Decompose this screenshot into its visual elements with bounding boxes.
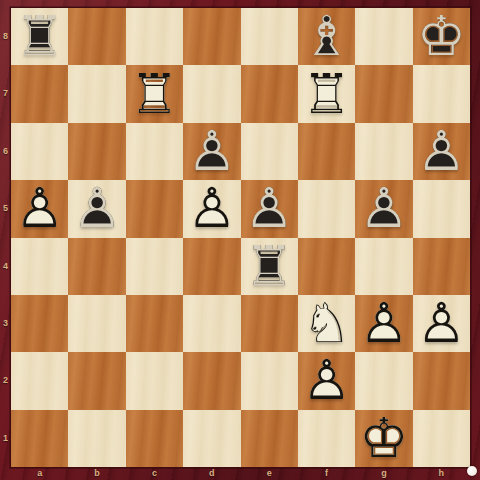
square-d2[interactable] [183,352,240,409]
piece-black-pawn-e5[interactable]: ♟♙ [241,180,298,237]
square-c7[interactable]: ♜♖ [126,65,183,122]
square-e6[interactable] [241,123,298,180]
square-f8[interactable]: ♝♗ [298,8,355,65]
square-a1[interactable] [11,410,68,467]
square-e7[interactable] [241,65,298,122]
piece-black-rook-e4[interactable]: ♜♖ [241,238,298,295]
piece-black-pawn-b5[interactable]: ♟♙ [68,180,125,237]
piece-white-pawn-f2[interactable]: ♟♙ [298,352,355,409]
piece-white-rook-c7[interactable]: ♜♖ [126,65,183,122]
black-pawn-outline: ♙ [241,180,298,237]
square-c3[interactable] [126,295,183,352]
white-pawn-outline: ♙ [183,180,240,237]
white-pawn-outline: ♙ [413,295,470,352]
chess-board-frame: ♜♖♝♗♚♔♜♖♜♖♟♙♟♙♟♙♟♙♟♙♟♙♟♙♜♖♞♘♟♙♟♙♟♙♚♔ 876… [0,0,480,480]
piece-white-knight-f3[interactable]: ♞♘ [298,295,355,352]
black-rook-outline: ♖ [241,238,298,295]
square-a2[interactable] [11,352,68,409]
square-h1[interactable] [413,410,470,467]
square-c5[interactable] [126,180,183,237]
piece-white-pawn-a5[interactable]: ♟♙ [11,180,68,237]
square-e4[interactable]: ♜♖ [241,238,298,295]
rank-label-6: 6 [0,123,11,180]
piece-black-rook-a8[interactable]: ♜♖ [11,8,68,65]
piece-white-king-g1[interactable]: ♚♔ [355,410,412,467]
rank-label-4: 4 [0,238,11,295]
square-f3[interactable]: ♞♘ [298,295,355,352]
file-label-d: d [183,467,240,480]
square-h7[interactable] [413,65,470,122]
square-g7[interactable] [355,65,412,122]
file-label-g: g [355,467,412,480]
square-b2[interactable] [68,352,125,409]
square-g2[interactable] [355,352,412,409]
piece-white-rook-f7[interactable]: ♜♖ [298,65,355,122]
square-g8[interactable] [355,8,412,65]
square-c2[interactable] [126,352,183,409]
square-d3[interactable] [183,295,240,352]
square-e8[interactable] [241,8,298,65]
square-h6[interactable]: ♟♙ [413,123,470,180]
file-label-b: b [68,467,125,480]
black-bishop-outline: ♗ [298,8,355,65]
square-a4[interactable] [11,238,68,295]
square-g1[interactable]: ♚♔ [355,410,412,467]
rank-label-1: 1 [0,410,11,467]
rank-label-7: 7 [0,65,11,122]
square-c6[interactable] [126,123,183,180]
square-c1[interactable] [126,410,183,467]
square-g6[interactable] [355,123,412,180]
piece-white-pawn-d5[interactable]: ♟♙ [183,180,240,237]
board[interactable]: ♜♖♝♗♚♔♜♖♜♖♟♙♟♙♟♙♟♙♟♙♟♙♟♙♜♖♞♘♟♙♟♙♟♙♚♔ [10,7,471,468]
piece-black-king-h8[interactable]: ♚♔ [413,8,470,65]
square-f6[interactable] [298,123,355,180]
square-a3[interactable] [11,295,68,352]
piece-black-pawn-h6[interactable]: ♟♙ [413,123,470,180]
square-c4[interactable] [126,238,183,295]
white-rook-outline: ♖ [126,65,183,122]
square-e2[interactable] [241,352,298,409]
black-pawn-outline: ♙ [413,123,470,180]
black-pawn-outline: ♙ [183,123,240,180]
square-h8[interactable]: ♚♔ [413,8,470,65]
white-pawn-outline: ♙ [298,352,355,409]
square-e3[interactable] [241,295,298,352]
rank-label-3: 3 [0,295,11,352]
piece-white-pawn-h3[interactable]: ♟♙ [413,295,470,352]
square-h4[interactable] [413,238,470,295]
black-rook-outline: ♖ [11,8,68,65]
square-b3[interactable] [68,295,125,352]
square-b1[interactable] [68,410,125,467]
square-d4[interactable] [183,238,240,295]
square-f5[interactable] [298,180,355,237]
file-label-f: f [298,467,355,480]
square-d7[interactable] [183,65,240,122]
square-a7[interactable] [11,65,68,122]
square-h2[interactable] [413,352,470,409]
file-label-c: c [126,467,183,480]
file-label-h: h [413,467,470,480]
square-g4[interactable] [355,238,412,295]
square-e5[interactable]: ♟♙ [241,180,298,237]
square-a8[interactable]: ♜♖ [11,8,68,65]
black-king-outline: ♔ [413,8,470,65]
square-b8[interactable] [68,8,125,65]
file-label-e: e [241,467,298,480]
square-b6[interactable] [68,123,125,180]
piece-black-pawn-g5[interactable]: ♟♙ [355,180,412,237]
square-e1[interactable] [241,410,298,467]
white-pawn-outline: ♙ [11,180,68,237]
rank-label-8: 8 [0,8,11,65]
square-h5[interactable] [413,180,470,237]
square-b5[interactable]: ♟♙ [68,180,125,237]
square-d8[interactable] [183,8,240,65]
square-f1[interactable] [298,410,355,467]
white-rook-outline: ♖ [298,65,355,122]
square-d6[interactable]: ♟♙ [183,123,240,180]
piece-black-bishop-f8[interactable]: ♝♗ [298,8,355,65]
square-g5[interactable]: ♟♙ [355,180,412,237]
square-h3[interactable]: ♟♙ [413,295,470,352]
rank-label-5: 5 [0,180,11,237]
rank-label-2: 2 [0,352,11,409]
square-c8[interactable] [126,8,183,65]
square-f7[interactable]: ♜♖ [298,65,355,122]
square-f2[interactable]: ♟♙ [298,352,355,409]
piece-black-pawn-d6[interactable]: ♟♙ [183,123,240,180]
square-g3[interactable]: ♟♙ [355,295,412,352]
square-d5[interactable]: ♟♙ [183,180,240,237]
square-b4[interactable] [68,238,125,295]
square-a6[interactable] [11,123,68,180]
square-d1[interactable] [183,410,240,467]
white-pawn-outline: ♙ [355,295,412,352]
file-label-a: a [11,467,68,480]
square-f4[interactable] [298,238,355,295]
piece-white-pawn-g3[interactable]: ♟♙ [355,295,412,352]
square-a5[interactable]: ♟♙ [11,180,68,237]
white-king-outline: ♔ [355,410,412,467]
white-knight-outline: ♘ [298,295,355,352]
square-b7[interactable] [68,65,125,122]
black-pawn-outline: ♙ [68,180,125,237]
black-pawn-outline: ♙ [355,180,412,237]
